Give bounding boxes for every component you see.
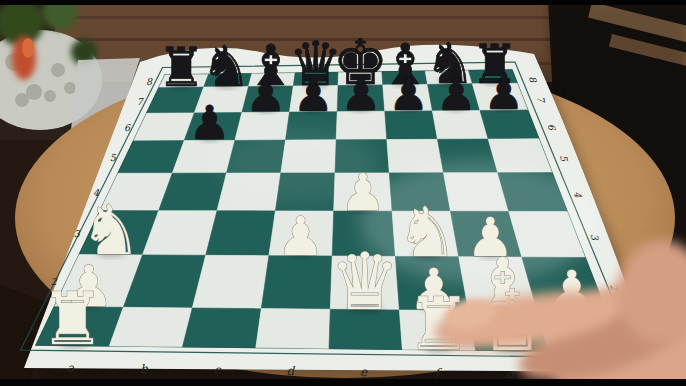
rank-label-left-1: 1	[29, 321, 35, 332]
piece-white-pawn-d3: ♟	[276, 205, 324, 268]
file-label-b: b	[140, 362, 149, 376]
scene: 8765432187654321abcdefgh♜♞♝♛♚♝♞♜♟♟♟♟♟♟♟♟…	[0, 0, 686, 386]
piece-black-knight-b8: ♞	[201, 34, 252, 99]
piece-white-queen-e2: ♛	[330, 236, 400, 328]
square-c1	[183, 308, 262, 348]
piece-white-pawn-e4: ♟	[340, 163, 386, 222]
square-c2	[192, 255, 269, 308]
piece-black-pawn-b6: ♟	[188, 95, 230, 150]
piece-black-pawn-g7: ♟	[436, 68, 477, 121]
video-frame: 8765432187654321abcdefgh♜♞♝♛♚♝♞♜♟♟♟♟♟♟♟♟…	[0, 0, 686, 386]
rank-label-left-5: 5	[110, 152, 117, 163]
letterbox-bottom	[0, 379, 686, 386]
piece-black-pawn-e7: ♟	[341, 68, 382, 121]
file-label-a: a	[67, 361, 75, 375]
piece-white-rook-a1: ♜	[40, 277, 105, 361]
file-label-e: e	[360, 365, 368, 379]
piece-black-pawn-c7: ♟	[245, 69, 286, 122]
square-b1	[109, 307, 192, 347]
rank-label-left-8: 8	[146, 76, 153, 87]
letterbox-top	[0, 0, 686, 5]
piece-black-pawn-h7: ♟	[484, 67, 525, 120]
square-c3	[206, 211, 276, 256]
rank-label-left-6: 6	[124, 122, 131, 133]
square-d1	[256, 309, 330, 349]
piece-black-rook-a8: ♜	[157, 36, 205, 99]
piece-black-pawn-f7: ♟	[388, 68, 429, 121]
file-label-d: d	[287, 364, 296, 378]
piece-black-pawn-d7: ♟	[293, 69, 334, 122]
